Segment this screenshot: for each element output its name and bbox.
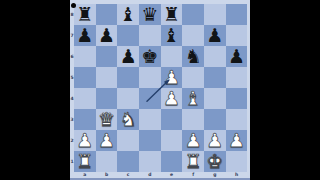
square-d8[interactable] [139,4,161,25]
square-a1[interactable] [74,151,96,172]
square-b1[interactable] [96,151,118,172]
square-d4[interactable] [139,88,161,109]
square-f5[interactable] [182,67,204,88]
square-c2[interactable] [117,130,139,151]
square-c1[interactable] [117,151,139,172]
square-e6[interactable] [161,46,183,67]
square-c7[interactable] [117,25,139,46]
square-g3[interactable] [204,109,226,130]
square-d5[interactable] [139,67,161,88]
square-e5[interactable] [161,67,183,88]
square-d7[interactable] [139,25,161,46]
square-d6[interactable] [139,46,161,67]
file-label-a: a [81,172,89,178]
square-g1[interactable] [204,151,226,172]
square-g5[interactable] [204,67,226,88]
rank-label-2: 2 [70,138,74,144]
square-f7[interactable] [182,25,204,46]
square-g7[interactable] [204,25,226,46]
rank-label-3: 3 [70,117,74,123]
square-b4[interactable] [96,88,118,109]
square-a6[interactable] [74,46,96,67]
square-h4[interactable] [226,88,248,109]
square-d2[interactable] [139,130,161,151]
square-f2[interactable] [182,130,204,151]
chess-board [74,4,247,172]
rank-label-7: 7 [70,33,74,39]
square-h5[interactable] [226,67,248,88]
square-g6[interactable] [204,46,226,67]
file-label-c: c [124,172,132,178]
square-a2[interactable] [74,130,96,151]
square-b7[interactable] [96,25,118,46]
square-h6[interactable] [226,46,248,67]
square-h2[interactable] [226,130,248,151]
square-f3[interactable] [182,109,204,130]
square-h1[interactable] [226,151,248,172]
file-label-b: b [103,172,111,178]
rank-label-4: 4 [70,96,74,102]
square-e7[interactable] [161,25,183,46]
square-a4[interactable] [74,88,96,109]
square-g2[interactable] [204,130,226,151]
file-label-e: e [168,172,176,178]
square-h7[interactable] [226,25,248,46]
square-a7[interactable] [74,25,96,46]
square-f8[interactable] [182,4,204,25]
file-label-d: d [146,172,154,178]
black-to-move-indicator [71,3,76,8]
file-label-f: f [189,172,197,178]
square-f6[interactable] [182,46,204,67]
square-g4[interactable] [204,88,226,109]
square-e3[interactable] [161,109,183,130]
rank-label-6: 6 [70,54,74,60]
square-g8[interactable] [204,4,226,25]
rank-label-8: 8 [70,12,74,18]
square-a3[interactable] [74,109,96,130]
square-h3[interactable] [226,109,248,130]
square-a5[interactable] [74,67,96,88]
file-label-h: h [233,172,241,178]
square-b2[interactable] [96,130,118,151]
square-b3[interactable] [96,109,118,130]
square-d1[interactable] [139,151,161,172]
square-b8[interactable] [96,4,118,25]
rank-label-1: 1 [70,159,74,165]
square-h8[interactable] [226,4,248,25]
square-c4[interactable] [117,88,139,109]
square-c6[interactable] [117,46,139,67]
square-b5[interactable] [96,67,118,88]
square-a8[interactable] [74,4,96,25]
file-label-g: g [211,172,219,178]
square-b6[interactable] [96,46,118,67]
square-e8[interactable] [161,4,183,25]
square-e2[interactable] [161,130,183,151]
square-c8[interactable] [117,4,139,25]
square-f4[interactable] [182,88,204,109]
square-c3[interactable] [117,109,139,130]
rank-label-5: 5 [70,75,74,81]
square-e4[interactable] [161,88,183,109]
square-d3[interactable] [139,109,161,130]
square-f1[interactable] [182,151,204,172]
square-c5[interactable] [117,67,139,88]
square-e1[interactable] [161,151,183,172]
chess-board-panel: ♜♝♛♜♟♟♝♟♟♚♞♟♟♟♝♛♞♟♟♟♟♟♜♜♚ 87654321 abcde… [70,0,250,180]
